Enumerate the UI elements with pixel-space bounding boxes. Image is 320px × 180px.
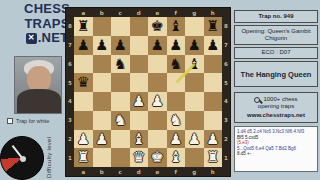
rank-label-left-5: 5 [66,73,74,92]
file-label-h: h [204,8,223,17]
logo-line-2: TRAPS [22,17,72,32]
square-e1[interactable]: ♚ [148,148,167,167]
file-label-g: g [185,8,204,17]
square-f8[interactable]: ♝ [167,17,186,36]
square-g3[interactable] [185,111,204,130]
trap-name-label: The Hanging Queen [241,70,312,79]
square-d7[interactable] [130,36,149,55]
square-d3[interactable] [130,111,149,130]
square-c4[interactable] [111,92,130,111]
eco-label: ECO : D07 [261,49,290,57]
file-label-bottom-d: d [130,167,149,176]
piece-white-pawn: ♟ [95,132,108,147]
square-e3[interactable] [148,111,167,130]
trap-side-row: Trap for white [7,118,49,124]
piece-black-king: ♚ [151,19,164,34]
board-frame: abcdefgh8♜♚♝♜87♟♟♟♟♟♟♟76♞♞♝65♛54♟♟43♞♞32… [66,8,230,176]
piece-black-pawn: ♟ [169,38,182,53]
square-f7[interactable]: ♟ [167,36,186,55]
logo-line-1: CHESS [22,2,72,17]
piece-white-rook: ♜ [77,150,90,165]
piece-white-king: ♚ [151,150,164,165]
opening-box: Opening: Queen's Gambit Chigorin [234,25,318,45]
promo-box: 1000+ chess opening traps www.chesstraps… [234,92,318,123]
square-f3[interactable]: ♞ [167,111,186,130]
photo-body [17,89,61,114]
rank-label-right-2: 2 [222,130,230,149]
piece-white-pawn: ♟ [151,94,164,109]
piece-black-pawn: ♟ [77,38,90,53]
promo-url-link[interactable]: www.chesstraps.net [247,112,305,120]
piece-white-pawn: ♟ [77,132,90,147]
square-c3[interactable]: ♞ [111,111,130,130]
corner [222,167,230,176]
rank-label-left-3: 3 [66,111,74,130]
square-d2[interactable]: ♝ [130,130,149,149]
square-c7[interactable]: ♟ [111,36,130,55]
move-line: 8.d5 +- [237,151,304,157]
opening-label: Opening: Queen's Gambit Chigorin [235,28,317,43]
rank-label-left-2: 2 [66,130,74,149]
difficulty-label: Difficulty level [46,128,52,178]
trap-number-label: Trap no. 949 [258,13,293,21]
file-label-b: b [93,8,112,17]
square-d1[interactable]: ♛ [130,148,149,167]
square-g1[interactable] [185,148,204,167]
rank-label-right-8: 8 [222,17,230,36]
file-label-a: a [74,8,93,17]
square-a2[interactable]: ♟ [74,130,93,149]
promo-line-2: opening traps [258,103,294,111]
gauge-hub [20,156,26,162]
square-b4[interactable] [93,92,112,111]
square-a3[interactable] [74,111,93,130]
piece-black-pawn: ♟ [188,38,201,53]
piece-black-pawn: ♟ [114,38,127,53]
square-a6[interactable] [74,55,93,74]
rank-label-left-6: 6 [66,55,74,74]
magnifier-icon [254,97,260,103]
moves-box: 1.d4 d5 2.c4 Nc6 3.Nc3 Nf6 4.Nf3Bf5 5.cx… [234,126,318,172]
promo-line-1: 1000+ chess [263,96,297,104]
rank-label-right-6: 6 [222,55,230,74]
trap-side-label: Trap for white [16,118,49,124]
file-label-f: f [167,8,186,17]
eco-box: ECO : D07 [234,47,318,59]
piece-black-queen: ♛ [77,75,90,90]
video-frame: CHESS TRAPS ✕ .NET Trap for white Diffic… [0,0,320,180]
square-b5[interactable] [93,73,112,92]
square-b3[interactable] [93,111,112,130]
moves-list: 1.d4 d5 2.c4 Nc6 3.Nc3 Nf6 4.Nf3Bf5 5.cx… [237,129,304,157]
piece-white-knight: ♞ [114,113,127,128]
square-b2[interactable]: ♟ [93,130,112,149]
square-e2[interactable] [148,130,167,149]
square-f2[interactable]: ♟ [167,130,186,149]
move-line: 1.d4 d5 2.c4 Nc6 3.Nc3 Nf6 4.Nf3 [237,129,304,135]
difficulty-gauge [0,136,44,180]
square-h5[interactable] [204,73,223,92]
square-b6[interactable] [93,55,112,74]
piece-white-bishop: ♝ [132,132,145,147]
piece-black-pawn: ♟ [95,38,108,53]
piece-white-pawn: ♟ [132,94,145,109]
site-logo: CHESS TRAPS ✕ .NET [22,2,72,46]
square-d6[interactable] [130,55,149,74]
square-f1[interactable]: ♝ [167,148,186,167]
corner [222,8,230,17]
square-a4[interactable] [74,92,93,111]
square-f4[interactable] [167,92,186,111]
square-g2[interactable]: ♟ [185,130,204,149]
rank-label-left-7: 7 [66,36,74,55]
square-c8[interactable] [111,17,130,36]
file-label-c: c [111,8,130,17]
square-h4[interactable] [204,92,223,111]
square-a8[interactable]: ♜ [74,17,93,36]
rank-label-right-4: 4 [222,92,230,111]
logo-x-square-icon: ✕ [26,33,37,44]
square-a7[interactable]: ♟ [74,36,93,55]
logo-line-3: .NET [38,31,68,46]
square-e7[interactable]: ♟ [148,36,167,55]
piece-white-rook: ♜ [206,150,219,165]
file-label-bottom-e: e [148,167,167,176]
rank-label-right-1: 1 [222,148,230,167]
trap-name-box: The Hanging Queen [234,61,318,87]
square-h2[interactable]: ♟ [204,130,223,149]
square-g5[interactable] [185,73,204,92]
square-c5[interactable] [111,73,130,92]
rank-label-right-5: 5 [222,73,230,92]
square-g4[interactable] [185,92,204,111]
rank-label-left-4: 4 [66,92,74,111]
piece-black-knight: ♞ [169,57,182,72]
piece-black-rook: ♜ [77,19,90,34]
square-h1[interactable]: ♜ [204,148,223,167]
file-label-e: e [148,8,167,17]
corner [66,167,74,176]
square-f6[interactable]: ♞ [167,55,186,74]
square-a1[interactable]: ♜ [74,148,93,167]
square-e5[interactable] [148,73,167,92]
file-label-d: d [130,8,149,17]
square-c1[interactable] [111,148,130,167]
piece-black-pawn: ♟ [151,38,164,53]
piece-black-bishop: ♝ [169,19,182,34]
file-label-bottom-h: h [204,167,223,176]
square-d5[interactable] [130,73,149,92]
square-h8[interactable]: ♜ [204,17,223,36]
piece-white-bishop: ♝ [169,150,182,165]
trap-side-checkbox[interactable] [7,118,13,124]
square-e6[interactable] [148,55,167,74]
piece-white-pawn: ♟ [206,132,219,147]
square-c2[interactable] [111,130,130,149]
square-e4[interactable]: ♟ [148,92,167,111]
piece-white-pawn: ♟ [169,132,182,147]
square-b8[interactable] [93,17,112,36]
piece-black-rook: ♜ [206,19,219,34]
piece-white-queen: ♛ [132,150,145,165]
square-b1[interactable] [93,148,112,167]
corner [66,8,74,17]
square-h3[interactable] [204,111,223,130]
file-label-bottom-f: f [167,167,186,176]
square-g8[interactable] [185,17,204,36]
rank-label-right-3: 3 [222,111,230,130]
square-b7[interactable]: ♟ [93,36,112,55]
presenter-photo [14,56,62,114]
piece-white-knight: ♞ [169,113,182,128]
file-label-bottom-a: a [74,167,93,176]
rank-label-left-1: 1 [66,148,74,167]
square-h6[interactable] [204,55,223,74]
square-d4[interactable]: ♟ [130,92,149,111]
file-label-bottom-b: b [93,167,112,176]
trap-number-box: Trap no. 949 [234,10,318,23]
file-label-bottom-c: c [111,167,130,176]
rank-label-right-7: 7 [222,36,230,55]
piece-white-pawn: ♟ [188,132,201,147]
square-a5[interactable]: ♛ [74,73,93,92]
rank-label-left-8: 8 [66,17,74,36]
square-c6[interactable]: ♞ [111,55,130,74]
square-h7[interactable]: ♟ [204,36,223,55]
piece-black-pawn: ♟ [206,38,219,53]
square-e8[interactable]: ♚ [148,17,167,36]
file-label-bottom-g: g [185,167,204,176]
square-g7[interactable]: ♟ [185,36,204,55]
piece-black-knight: ♞ [114,57,127,72]
square-d8[interactable] [130,17,149,36]
